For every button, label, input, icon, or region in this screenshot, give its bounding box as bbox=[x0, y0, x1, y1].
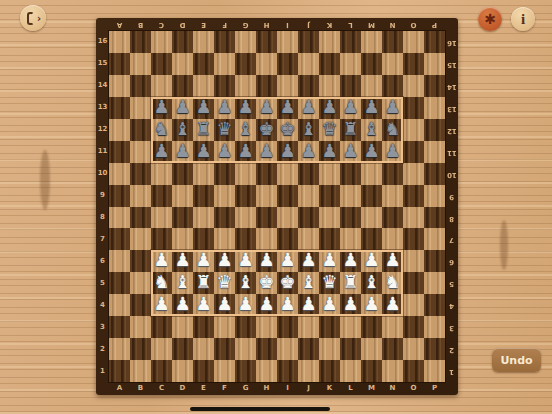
square-N4[interactable]: ♟ bbox=[382, 294, 403, 316]
settings-button[interactable]: ✱ bbox=[478, 7, 502, 31]
square-P9[interactable] bbox=[424, 185, 445, 207]
square-L11[interactable]: ♟ bbox=[340, 141, 361, 163]
square-H1[interactable] bbox=[256, 360, 277, 382]
square-L7[interactable] bbox=[340, 228, 361, 250]
square-J6[interactable]: ♟ bbox=[298, 250, 319, 272]
square-J5[interactable]: ♝ bbox=[298, 272, 319, 294]
square-G4[interactable]: ♟ bbox=[235, 294, 256, 316]
square-F14[interactable] bbox=[214, 75, 235, 97]
square-C4[interactable]: ♟ bbox=[151, 294, 172, 316]
square-J3[interactable] bbox=[298, 316, 319, 338]
square-O3[interactable] bbox=[403, 316, 424, 338]
black-pawn: ♟ bbox=[153, 142, 169, 160]
square-M6[interactable]: ♟ bbox=[361, 250, 382, 272]
square-C7[interactable] bbox=[151, 228, 172, 250]
square-L1[interactable] bbox=[340, 360, 361, 382]
square-J13[interactable]: ♟ bbox=[298, 97, 319, 119]
square-G16[interactable] bbox=[235, 31, 256, 53]
square-I9[interactable] bbox=[277, 185, 298, 207]
square-P8[interactable] bbox=[424, 207, 445, 229]
square-K11[interactable]: ♟ bbox=[319, 141, 340, 163]
square-O4[interactable] bbox=[403, 294, 424, 316]
square-B5[interactable] bbox=[130, 272, 151, 294]
square-B11[interactable] bbox=[130, 141, 151, 163]
home-indicator-bar[interactable] bbox=[190, 407, 330, 411]
square-F11[interactable]: ♟ bbox=[214, 141, 235, 163]
square-F2[interactable] bbox=[214, 338, 235, 360]
square-A10[interactable] bbox=[109, 163, 130, 185]
rank-label-10: 10 bbox=[447, 163, 457, 185]
white-pawn: ♟ bbox=[279, 251, 295, 269]
square-J1[interactable] bbox=[298, 360, 319, 382]
square-I8[interactable] bbox=[277, 207, 298, 229]
square-E9[interactable] bbox=[193, 185, 214, 207]
square-D9[interactable] bbox=[172, 185, 193, 207]
square-K4[interactable]: ♟ bbox=[319, 294, 340, 316]
square-M5[interactable]: ♝ bbox=[361, 272, 382, 294]
square-G8[interactable] bbox=[235, 207, 256, 229]
square-K15[interactable] bbox=[319, 53, 340, 75]
rank-label-11: 11 bbox=[447, 141, 457, 163]
square-J14[interactable] bbox=[298, 75, 319, 97]
square-A9[interactable] bbox=[109, 185, 130, 207]
square-N10[interactable] bbox=[382, 163, 403, 185]
square-B12[interactable] bbox=[130, 119, 151, 141]
square-B14[interactable] bbox=[130, 75, 151, 97]
square-E16[interactable] bbox=[193, 31, 214, 53]
square-B6[interactable] bbox=[130, 250, 151, 272]
square-P3[interactable] bbox=[424, 316, 445, 338]
square-O11[interactable] bbox=[403, 141, 424, 163]
settings-icon: ✱ bbox=[484, 12, 496, 26]
square-N16[interactable] bbox=[382, 31, 403, 53]
square-L5[interactable]: ♜ bbox=[340, 272, 361, 294]
square-M7[interactable] bbox=[361, 228, 382, 250]
square-F3[interactable] bbox=[214, 316, 235, 338]
square-H2[interactable] bbox=[256, 338, 277, 360]
square-F15[interactable] bbox=[214, 53, 235, 75]
square-E14[interactable] bbox=[193, 75, 214, 97]
square-E2[interactable] bbox=[193, 338, 214, 360]
square-D13[interactable]: ♟ bbox=[172, 97, 193, 119]
square-P11[interactable] bbox=[424, 141, 445, 163]
square-B15[interactable] bbox=[130, 53, 151, 75]
square-N8[interactable] bbox=[382, 207, 403, 229]
square-A3[interactable] bbox=[109, 316, 130, 338]
square-M11[interactable]: ♟ bbox=[361, 141, 382, 163]
square-O5[interactable] bbox=[403, 272, 424, 294]
square-E3[interactable] bbox=[193, 316, 214, 338]
square-C2[interactable] bbox=[151, 338, 172, 360]
square-O8[interactable] bbox=[403, 207, 424, 229]
square-F13[interactable]: ♟ bbox=[214, 97, 235, 119]
square-M2[interactable] bbox=[361, 338, 382, 360]
square-D16[interactable] bbox=[172, 31, 193, 53]
square-G6[interactable]: ♟ bbox=[235, 250, 256, 272]
square-I6[interactable]: ♟ bbox=[277, 250, 298, 272]
square-K8[interactable] bbox=[319, 207, 340, 229]
square-M3[interactable] bbox=[361, 316, 382, 338]
square-D3[interactable] bbox=[172, 316, 193, 338]
square-P4[interactable] bbox=[424, 294, 445, 316]
file-label-P: P bbox=[424, 385, 445, 392]
square-D15[interactable] bbox=[172, 53, 193, 75]
file-label-H: H bbox=[256, 21, 277, 28]
square-H10[interactable] bbox=[256, 163, 277, 185]
square-P13[interactable] bbox=[424, 97, 445, 119]
square-K3[interactable] bbox=[319, 316, 340, 338]
square-E8[interactable] bbox=[193, 207, 214, 229]
black-queen: ♛ bbox=[216, 120, 232, 138]
rank-label-5: 5 bbox=[449, 272, 454, 294]
info-button[interactable]: i bbox=[511, 7, 535, 31]
square-G5[interactable]: ♝ bbox=[235, 272, 256, 294]
square-A12[interactable] bbox=[109, 119, 130, 141]
square-B9[interactable] bbox=[130, 185, 151, 207]
square-D14[interactable] bbox=[172, 75, 193, 97]
square-A7[interactable] bbox=[109, 228, 130, 250]
square-E5[interactable]: ♜ bbox=[193, 272, 214, 294]
square-I12[interactable]: ♚ bbox=[277, 119, 298, 141]
square-F12[interactable]: ♛ bbox=[214, 119, 235, 141]
square-N15[interactable] bbox=[382, 53, 403, 75]
rank-label-4: 4 bbox=[449, 294, 454, 316]
file-label-K: K bbox=[319, 21, 340, 28]
square-P1[interactable] bbox=[424, 360, 445, 382]
square-L8[interactable] bbox=[340, 207, 361, 229]
square-H13[interactable]: ♟ bbox=[256, 97, 277, 119]
square-O15[interactable] bbox=[403, 53, 424, 75]
square-H16[interactable] bbox=[256, 31, 277, 53]
square-E11[interactable]: ♟ bbox=[193, 141, 214, 163]
square-K1[interactable] bbox=[319, 360, 340, 382]
square-J2[interactable] bbox=[298, 338, 319, 360]
file-label-D: D bbox=[172, 21, 193, 28]
square-K2[interactable] bbox=[319, 338, 340, 360]
square-H15[interactable] bbox=[256, 53, 277, 75]
square-F6[interactable]: ♟ bbox=[214, 250, 235, 272]
file-label-O: O bbox=[403, 385, 424, 392]
square-I3[interactable] bbox=[277, 316, 298, 338]
file-label-A: A bbox=[109, 385, 130, 392]
square-D8[interactable] bbox=[172, 207, 193, 229]
white-pawn: ♟ bbox=[174, 295, 190, 313]
file-label-P: P bbox=[424, 21, 445, 28]
square-A13[interactable] bbox=[109, 97, 130, 119]
square-J11[interactable]: ♟ bbox=[298, 141, 319, 163]
square-M8[interactable] bbox=[361, 207, 382, 229]
square-N11[interactable]: ♟ bbox=[382, 141, 403, 163]
square-O7[interactable] bbox=[403, 228, 424, 250]
square-P15[interactable] bbox=[424, 53, 445, 75]
square-C14[interactable] bbox=[151, 75, 172, 97]
square-I11[interactable]: ♟ bbox=[277, 141, 298, 163]
square-I4[interactable]: ♟ bbox=[277, 294, 298, 316]
square-G7[interactable] bbox=[235, 228, 256, 250]
square-I7[interactable] bbox=[277, 228, 298, 250]
square-H14[interactable] bbox=[256, 75, 277, 97]
square-N13[interactable]: ♟ bbox=[382, 97, 403, 119]
square-C15[interactable] bbox=[151, 53, 172, 75]
square-E1[interactable] bbox=[193, 360, 214, 382]
square-B1[interactable] bbox=[130, 360, 151, 382]
square-E10[interactable] bbox=[193, 163, 214, 185]
square-C10[interactable] bbox=[151, 163, 172, 185]
square-A14[interactable] bbox=[109, 75, 130, 97]
square-M9[interactable] bbox=[361, 185, 382, 207]
square-I16[interactable] bbox=[277, 31, 298, 53]
square-I5[interactable]: ♚ bbox=[277, 272, 298, 294]
file-label-D: D bbox=[172, 385, 193, 392]
square-A8[interactable] bbox=[109, 207, 130, 229]
rank-label-12: 12 bbox=[447, 119, 457, 141]
square-K9[interactable] bbox=[319, 185, 340, 207]
square-K12[interactable]: ♛ bbox=[319, 119, 340, 141]
square-N1[interactable] bbox=[382, 360, 403, 382]
square-L12[interactable]: ♜ bbox=[340, 119, 361, 141]
square-P7[interactable] bbox=[424, 228, 445, 250]
rank-label-16: 16 bbox=[447, 31, 457, 53]
square-G11[interactable]: ♟ bbox=[235, 141, 256, 163]
square-M1[interactable] bbox=[361, 360, 382, 382]
square-C3[interactable] bbox=[151, 316, 172, 338]
square-F16[interactable] bbox=[214, 31, 235, 53]
square-C6[interactable]: ♟ bbox=[151, 250, 172, 272]
square-B3[interactable] bbox=[130, 316, 151, 338]
square-G13[interactable]: ♟ bbox=[235, 97, 256, 119]
chess-board-frame: ABCDEFGHIJKLMNOP ABCDEFGHIJKLMNOP 161514… bbox=[96, 18, 458, 395]
square-A1[interactable] bbox=[109, 360, 130, 382]
square-A5[interactable] bbox=[109, 272, 130, 294]
square-H5[interactable]: ♚ bbox=[256, 272, 277, 294]
square-O9[interactable] bbox=[403, 185, 424, 207]
square-E15[interactable] bbox=[193, 53, 214, 75]
square-B13[interactable] bbox=[130, 97, 151, 119]
square-B7[interactable] bbox=[130, 228, 151, 250]
square-F10[interactable] bbox=[214, 163, 235, 185]
square-M4[interactable]: ♟ bbox=[361, 294, 382, 316]
square-A16[interactable] bbox=[109, 31, 130, 53]
square-L10[interactable] bbox=[340, 163, 361, 185]
white-pawn: ♟ bbox=[342, 251, 358, 269]
square-J7[interactable] bbox=[298, 228, 319, 250]
square-N14[interactable] bbox=[382, 75, 403, 97]
square-M16[interactable] bbox=[361, 31, 382, 53]
square-I2[interactable] bbox=[277, 338, 298, 360]
square-H7[interactable] bbox=[256, 228, 277, 250]
square-H12[interactable]: ♚ bbox=[256, 119, 277, 141]
square-P6[interactable] bbox=[424, 250, 445, 272]
square-K14[interactable] bbox=[319, 75, 340, 97]
square-E12[interactable]: ♜ bbox=[193, 119, 214, 141]
square-L13[interactable]: ♟ bbox=[340, 97, 361, 119]
rank-label-8: 8 bbox=[449, 207, 454, 229]
square-L3[interactable] bbox=[340, 316, 361, 338]
square-G15[interactable] bbox=[235, 53, 256, 75]
rank-label-3: 3 bbox=[100, 316, 105, 338]
square-A15[interactable] bbox=[109, 53, 130, 75]
info-icon: i bbox=[521, 12, 525, 27]
square-G14[interactable] bbox=[235, 75, 256, 97]
square-C11[interactable]: ♟ bbox=[151, 141, 172, 163]
square-F7[interactable] bbox=[214, 228, 235, 250]
square-E13[interactable]: ♟ bbox=[193, 97, 214, 119]
square-G2[interactable] bbox=[235, 338, 256, 360]
square-E4[interactable]: ♟ bbox=[193, 294, 214, 316]
square-I14[interactable] bbox=[277, 75, 298, 97]
square-J12[interactable]: ♝ bbox=[298, 119, 319, 141]
black-pawn: ♟ bbox=[195, 98, 211, 116]
square-C12[interactable]: ♞ bbox=[151, 119, 172, 141]
square-D4[interactable]: ♟ bbox=[172, 294, 193, 316]
square-G1[interactable] bbox=[235, 360, 256, 382]
square-E7[interactable] bbox=[193, 228, 214, 250]
square-M12[interactable]: ♝ bbox=[361, 119, 382, 141]
square-F9[interactable] bbox=[214, 185, 235, 207]
square-H9[interactable] bbox=[256, 185, 277, 207]
square-O16[interactable] bbox=[403, 31, 424, 53]
square-D6[interactable]: ♟ bbox=[172, 250, 193, 272]
square-P16[interactable] bbox=[424, 31, 445, 53]
square-D11[interactable]: ♟ bbox=[172, 141, 193, 163]
square-L16[interactable] bbox=[340, 31, 361, 53]
white-pawn: ♟ bbox=[216, 295, 232, 313]
square-B16[interactable] bbox=[130, 31, 151, 53]
square-L6[interactable]: ♟ bbox=[340, 250, 361, 272]
square-H8[interactable] bbox=[256, 207, 277, 229]
square-J4[interactable]: ♟ bbox=[298, 294, 319, 316]
square-K6[interactable]: ♟ bbox=[319, 250, 340, 272]
square-C1[interactable] bbox=[151, 360, 172, 382]
square-L15[interactable] bbox=[340, 53, 361, 75]
square-B4[interactable] bbox=[130, 294, 151, 316]
square-D12[interactable]: ♝ bbox=[172, 119, 193, 141]
square-J10[interactable] bbox=[298, 163, 319, 185]
square-B8[interactable] bbox=[130, 207, 151, 229]
square-B10[interactable] bbox=[130, 163, 151, 185]
square-N7[interactable] bbox=[382, 228, 403, 250]
file-label-J: J bbox=[298, 385, 319, 392]
square-O2[interactable] bbox=[403, 338, 424, 360]
square-L2[interactable] bbox=[340, 338, 361, 360]
square-D5[interactable]: ♝ bbox=[172, 272, 193, 294]
square-G9[interactable] bbox=[235, 185, 256, 207]
square-D2[interactable] bbox=[172, 338, 193, 360]
black-pawn: ♟ bbox=[258, 142, 274, 160]
square-I1[interactable] bbox=[277, 360, 298, 382]
white-bishop: ♝ bbox=[174, 273, 190, 291]
square-P12[interactable] bbox=[424, 119, 445, 141]
square-G3[interactable] bbox=[235, 316, 256, 338]
square-N12[interactable]: ♞ bbox=[382, 119, 403, 141]
square-F1[interactable] bbox=[214, 360, 235, 382]
square-P2[interactable] bbox=[424, 338, 445, 360]
square-N6[interactable]: ♟ bbox=[382, 250, 403, 272]
square-H11[interactable]: ♟ bbox=[256, 141, 277, 163]
square-F4[interactable]: ♟ bbox=[214, 294, 235, 316]
square-L9[interactable] bbox=[340, 185, 361, 207]
white-pawn: ♟ bbox=[321, 251, 337, 269]
square-C13[interactable]: ♟ bbox=[151, 97, 172, 119]
square-D7[interactable] bbox=[172, 228, 193, 250]
black-knight: ♞ bbox=[384, 120, 400, 138]
square-H4[interactable]: ♟ bbox=[256, 294, 277, 316]
square-K5[interactable]: ♛ bbox=[319, 272, 340, 294]
white-pawn: ♟ bbox=[216, 251, 232, 269]
square-H3[interactable] bbox=[256, 316, 277, 338]
square-H6[interactable]: ♟ bbox=[256, 250, 277, 272]
square-P14[interactable] bbox=[424, 75, 445, 97]
square-B2[interactable] bbox=[130, 338, 151, 360]
square-F5[interactable]: ♛ bbox=[214, 272, 235, 294]
square-M13[interactable]: ♟ bbox=[361, 97, 382, 119]
square-N9[interactable] bbox=[382, 185, 403, 207]
square-O10[interactable] bbox=[403, 163, 424, 185]
rank-label-10: 10 bbox=[98, 163, 108, 185]
white-bishop: ♝ bbox=[363, 273, 379, 291]
square-D10[interactable] bbox=[172, 163, 193, 185]
square-G10[interactable] bbox=[235, 163, 256, 185]
rank-label-11: 11 bbox=[98, 141, 108, 163]
square-A11[interactable] bbox=[109, 141, 130, 163]
square-I15[interactable] bbox=[277, 53, 298, 75]
square-C8[interactable] bbox=[151, 207, 172, 229]
exit-button[interactable]: › bbox=[20, 5, 46, 31]
square-K7[interactable] bbox=[319, 228, 340, 250]
square-C9[interactable] bbox=[151, 185, 172, 207]
square-D1[interactable] bbox=[172, 360, 193, 382]
square-N5[interactable]: ♞ bbox=[382, 272, 403, 294]
square-O1[interactable] bbox=[403, 360, 424, 382]
square-N3[interactable] bbox=[382, 316, 403, 338]
square-G12[interactable]: ♝ bbox=[235, 119, 256, 141]
square-J16[interactable] bbox=[298, 31, 319, 53]
square-F8[interactable] bbox=[214, 207, 235, 229]
undo-button[interactable]: Undo bbox=[492, 348, 541, 372]
square-O13[interactable] bbox=[403, 97, 424, 119]
white-pawn: ♟ bbox=[384, 251, 400, 269]
square-P10[interactable] bbox=[424, 163, 445, 185]
square-O14[interactable] bbox=[403, 75, 424, 97]
square-I10[interactable] bbox=[277, 163, 298, 185]
square-L14[interactable] bbox=[340, 75, 361, 97]
file-label-F: F bbox=[214, 385, 235, 392]
square-M10[interactable] bbox=[361, 163, 382, 185]
square-K10[interactable] bbox=[319, 163, 340, 185]
square-M15[interactable] bbox=[361, 53, 382, 75]
square-O12[interactable] bbox=[403, 119, 424, 141]
square-L4[interactable]: ♟ bbox=[340, 294, 361, 316]
square-M14[interactable] bbox=[361, 75, 382, 97]
square-A4[interactable] bbox=[109, 294, 130, 316]
square-J9[interactable] bbox=[298, 185, 319, 207]
square-E6[interactable]: ♟ bbox=[193, 250, 214, 272]
square-C16[interactable] bbox=[151, 31, 172, 53]
square-P5[interactable] bbox=[424, 272, 445, 294]
app-screen: › ✱ i ABCDEFGHIJKLMNOP ABCDEFGHIJKLMNOP … bbox=[0, 0, 552, 414]
square-N2[interactable] bbox=[382, 338, 403, 360]
square-K16[interactable] bbox=[319, 31, 340, 53]
square-O6[interactable] bbox=[403, 250, 424, 272]
square-J8[interactable] bbox=[298, 207, 319, 229]
square-I13[interactable]: ♟ bbox=[277, 97, 298, 119]
square-A2[interactable] bbox=[109, 338, 130, 360]
square-A6[interactable] bbox=[109, 250, 130, 272]
square-K13[interactable]: ♟ bbox=[319, 97, 340, 119]
square-J15[interactable] bbox=[298, 53, 319, 75]
square-C5[interactable]: ♞ bbox=[151, 272, 172, 294]
file-label-K: K bbox=[319, 385, 340, 392]
